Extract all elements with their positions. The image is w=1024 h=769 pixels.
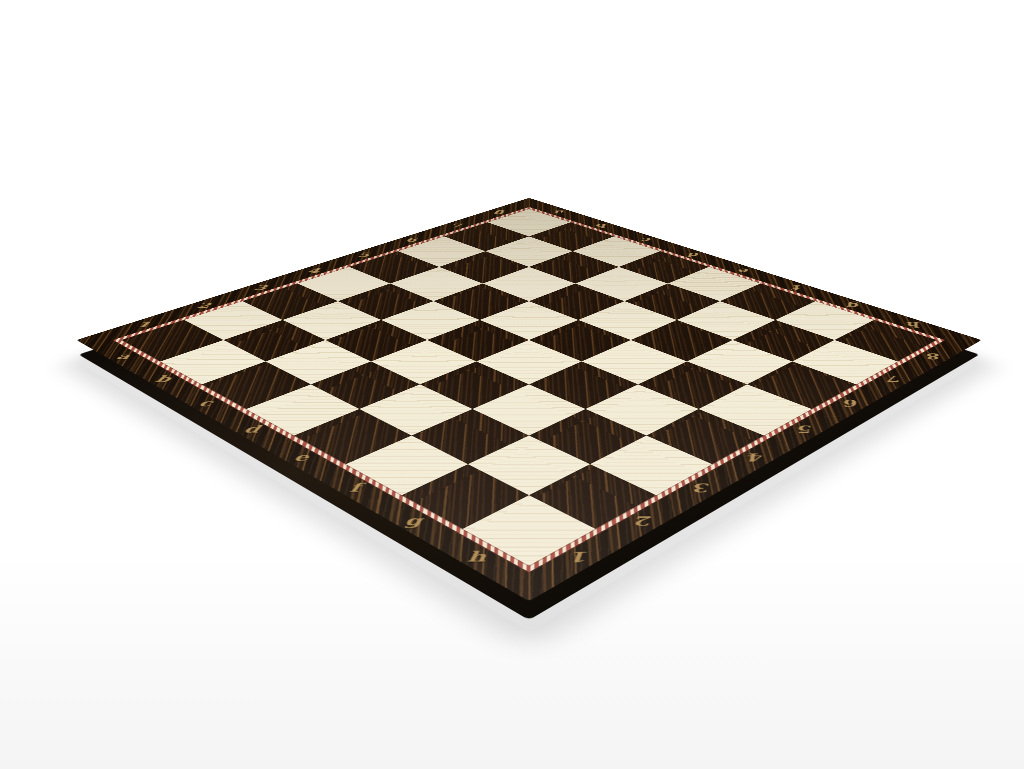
rank-label-left-6: 6 <box>405 237 417 242</box>
file-label-top-a: a <box>555 210 565 215</box>
file-label-top-e: e <box>738 268 751 274</box>
square-e2 <box>359 384 472 435</box>
square-f3 <box>472 384 585 435</box>
square-d2 <box>311 361 420 409</box>
file-label-top-g: g <box>846 302 862 309</box>
square-g4 <box>586 384 699 435</box>
file-label-top-c: c <box>642 237 653 242</box>
rope-trim-border <box>113 207 945 572</box>
rank-label-right-2: 2 <box>635 514 654 527</box>
square-f5 <box>582 340 687 384</box>
square-f2 <box>412 409 529 464</box>
square-g3 <box>529 409 646 464</box>
square-b1 <box>160 340 265 384</box>
rank-label-left-4: 4 <box>306 268 320 274</box>
file-label-bottom-f: f <box>349 482 362 494</box>
square-f1 <box>346 436 468 496</box>
rank-label-right-4: 4 <box>747 452 766 463</box>
square-g5 <box>638 361 747 409</box>
square-g6 <box>687 340 792 384</box>
file-label-top-f: f <box>793 284 804 290</box>
square-e3 <box>420 361 529 409</box>
board-field <box>122 209 937 566</box>
file-label-top-b: b <box>597 223 609 228</box>
file-label-bottom-c: c <box>197 398 214 407</box>
file-label-bottom-h: h <box>467 550 487 564</box>
file-label-bottom-a: a <box>114 352 132 360</box>
square-e1 <box>294 409 411 464</box>
rank-label-left-7: 7 <box>450 223 462 228</box>
square-f4 <box>529 361 638 409</box>
square-d1 <box>246 384 359 435</box>
rank-label-right-6: 6 <box>843 398 862 407</box>
square-d3 <box>371 340 476 384</box>
rank-label-right-7: 7 <box>885 374 904 383</box>
square-h7 <box>792 340 897 384</box>
rank-label-right-3: 3 <box>694 482 713 494</box>
square-g1 <box>402 464 529 529</box>
file-label-top-h: h <box>905 321 923 328</box>
square-h5 <box>699 384 812 435</box>
square-h1 <box>463 495 596 565</box>
file-label-bottom-b: b <box>154 374 173 383</box>
rank-label-left-5: 5 <box>357 252 370 258</box>
square-g2 <box>468 436 590 496</box>
square-h2 <box>529 464 656 529</box>
file-label-top-d: d <box>688 252 701 258</box>
board-top-surface: 11aa22bb33cc44dd55ee66ff77gg88hh <box>76 198 981 601</box>
rank-label-left-8: 8 <box>493 210 504 215</box>
square-e4 <box>476 340 581 384</box>
rank-label-right-1: 1 <box>572 550 591 564</box>
rank-label-right-5: 5 <box>797 424 816 434</box>
rank-label-left-3: 3 <box>253 284 268 290</box>
chess-board: 11aa22bb33cc44dd55ee66ff77gg88hh <box>76 198 981 601</box>
square-c1 <box>202 361 311 409</box>
square-h6 <box>747 361 856 409</box>
rank-label-right-8: 8 <box>925 352 944 360</box>
square-h4 <box>646 409 763 464</box>
square-h3 <box>590 436 712 496</box>
file-label-bottom-g: g <box>404 514 423 527</box>
file-label-bottom-d: d <box>242 424 261 434</box>
photo-background: 11aa22bb33cc44dd55ee66ff77gg88hh <box>0 0 1024 769</box>
file-label-bottom-e: e <box>292 452 310 463</box>
square-c2 <box>266 340 371 384</box>
rank-label-left-2: 2 <box>195 302 211 309</box>
